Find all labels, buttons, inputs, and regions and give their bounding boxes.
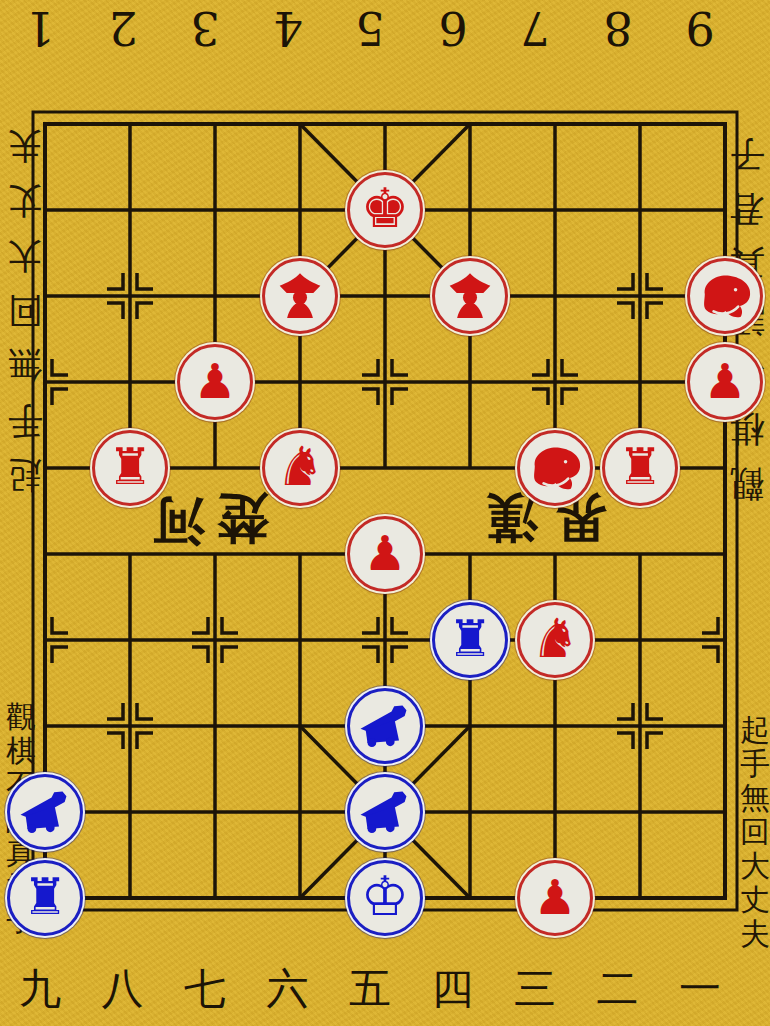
- piece-red-elephant-g5[interactable]: [517, 430, 593, 506]
- piece-blue-cannon-e8[interactable]: [347, 688, 423, 764]
- advisor-icon: [445, 271, 495, 321]
- xiangqi-board-page: 123456789 九八七六五四三二一 起手無回大丈夫觀棋不語真君子觀棋不語真君…: [0, 0, 770, 1026]
- piece-red-pawn-g10[interactable]: ♟: [517, 860, 593, 936]
- file-label-top-5: 5: [355, 2, 384, 53]
- file-label-top-9: 9: [685, 2, 714, 53]
- piece-red-advisor-d3[interactable]: [262, 258, 338, 334]
- piece-blue-rook-a10[interactable]: ♜: [7, 860, 83, 936]
- pawn-icon: ♟: [193, 357, 236, 405]
- proverb-bottom-right: 起手無回大丈夫: [734, 713, 770, 951]
- king-icon: ♔: [361, 870, 409, 924]
- file-label-bottom-2: 八: [102, 966, 144, 1012]
- piece-red-elephant-i3[interactable]: [687, 258, 763, 334]
- file-label-top-2: 2: [108, 2, 137, 53]
- pawn-icon: ♟: [703, 357, 746, 405]
- proverb-char: 手: [8, 403, 43, 438]
- proverb-char: 觀: [730, 466, 765, 501]
- proverb-char: 子: [730, 136, 765, 171]
- piece-red-king-e2[interactable]: ♚: [347, 172, 423, 248]
- horse-icon: ♞: [531, 612, 579, 666]
- file-label-bottom-7: 三: [514, 966, 556, 1012]
- rook-icon: ♜: [448, 614, 493, 664]
- piece-blue-cannon-a9[interactable]: [7, 774, 83, 850]
- proverb-char: 大: [8, 238, 43, 273]
- cannon-icon: [17, 788, 73, 836]
- file-label-bottom-3: 七: [184, 966, 226, 1012]
- piece-red-horse-g7[interactable]: ♞: [517, 602, 593, 678]
- file-label-top-6: 6: [438, 2, 467, 53]
- piece-red-rook-h5[interactable]: ♜: [602, 430, 678, 506]
- rook-icon: ♜: [23, 872, 68, 922]
- piece-blue-rook-f7[interactable]: ♜: [432, 602, 508, 678]
- piece-red-advisor-f3[interactable]: [432, 258, 508, 334]
- piece-red-pawn-i4[interactable]: ♟: [687, 344, 763, 420]
- file-label-top-4: 4: [273, 2, 302, 53]
- king-icon: ♚: [361, 182, 409, 236]
- rook-icon: ♜: [618, 442, 663, 492]
- proverb-top-left: 起手無回大丈夫: [4, 118, 46, 503]
- proverb-char: 丈: [8, 183, 43, 218]
- horse-icon: ♞: [276, 440, 324, 494]
- proverb-char: 丈: [740, 885, 770, 915]
- piece-red-horse-d5[interactable]: ♞: [262, 430, 338, 506]
- proverb-char: 無: [740, 783, 770, 813]
- proverb-char: 回: [8, 293, 43, 328]
- river-char-楚: 楚: [217, 483, 269, 553]
- piece-blue-king-e10[interactable]: ♔: [347, 860, 423, 936]
- proverb-char: 手: [740, 749, 770, 779]
- piece-red-rook-b5[interactable]: ♜: [92, 430, 168, 506]
- river-char-河: 河: [153, 486, 205, 556]
- piece-red-pawn-e6[interactable]: ♟: [347, 516, 423, 592]
- proverb-char: 棋: [6, 736, 36, 766]
- file-label-top-1: 1: [25, 2, 54, 53]
- rook-icon: ♜: [108, 442, 153, 492]
- elephant-icon: [696, 271, 754, 321]
- proverb-char: 起: [740, 715, 770, 745]
- proverb-char: 觀: [6, 702, 36, 732]
- file-label-bottom-9: 一: [679, 966, 721, 1012]
- pawn-icon: ♟: [533, 873, 576, 921]
- cannon-icon: [357, 702, 413, 750]
- file-label-bottom-4: 六: [267, 966, 309, 1012]
- file-label-bottom-5: 五: [349, 966, 391, 1012]
- piece-red-pawn-c4[interactable]: ♟: [177, 344, 253, 420]
- elephant-icon: [526, 443, 584, 493]
- pawn-icon: ♟: [363, 529, 406, 577]
- file-label-bottom-8: 二: [597, 966, 639, 1012]
- file-label-top-7: 7: [520, 2, 549, 53]
- proverb-char: 大: [740, 851, 770, 881]
- piece-blue-cannon-e9[interactable]: [347, 774, 423, 850]
- file-label-bottom-1: 九: [19, 966, 61, 1012]
- proverb-char: 回: [740, 817, 770, 847]
- file-label-top-8: 8: [603, 2, 632, 53]
- file-label-top-3: 3: [190, 2, 219, 53]
- proverb-char: 夫: [8, 128, 43, 163]
- cannon-icon: [357, 788, 413, 836]
- proverb-char: 夫: [740, 919, 770, 949]
- file-label-bottom-6: 四: [432, 966, 474, 1012]
- proverb-char: 無: [8, 348, 43, 383]
- advisor-icon: [275, 271, 325, 321]
- proverb-char: 起: [8, 458, 43, 493]
- proverb-char: 君: [730, 191, 765, 226]
